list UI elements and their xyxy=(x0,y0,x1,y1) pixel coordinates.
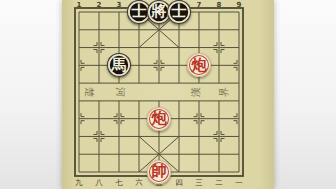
piece-red-cannon-1[interactable]: 炮 xyxy=(187,53,211,77)
pieces-layer: 士將士馬炮炮帥 xyxy=(69,3,249,181)
piece-red-cannon-2[interactable]: 炮 xyxy=(147,107,171,131)
photo-background: 123456789 九八七六五四三二一 楚河漢界 士將士馬炮炮帥 xyxy=(0,0,336,189)
piece-black-advisor-2[interactable]: 士 xyxy=(167,0,191,24)
piece-black-horse[interactable]: 馬 xyxy=(107,53,131,77)
piece-red-general[interactable]: 帥 xyxy=(147,160,171,184)
